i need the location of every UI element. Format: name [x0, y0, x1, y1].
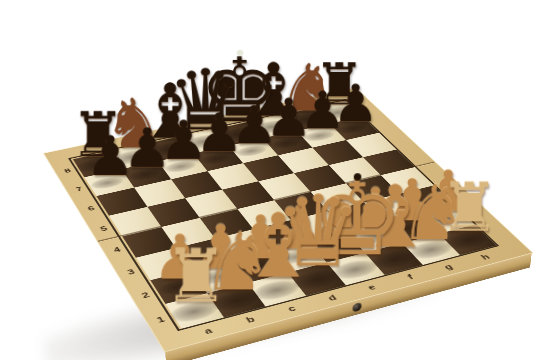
rook-glyph: ♜	[163, 240, 228, 312]
white-rook-a1[interactable]: ♜	[128, 240, 263, 312]
latch-icon	[352, 302, 361, 312]
pawn-glyph: ♟	[85, 129, 134, 184]
chess-set-photo: abcdefgh 12345678 ♜♞♝♛♚♝♞♜♟♟♟♟♟♟♟♟♟♟♟♟♟♟…	[0, 0, 540, 360]
